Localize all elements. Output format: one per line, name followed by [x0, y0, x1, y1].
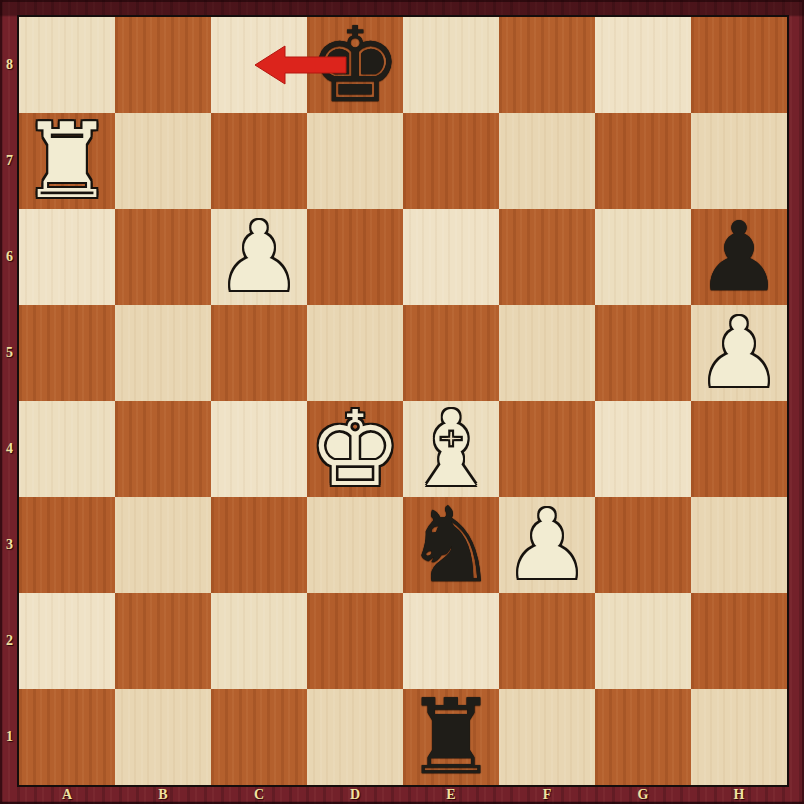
square-h3[interactable] — [691, 497, 787, 593]
square-a4[interactable] — [19, 401, 115, 497]
square-g2[interactable] — [595, 593, 691, 689]
square-h8[interactable] — [691, 17, 787, 113]
file-label-d: D — [307, 785, 403, 804]
rank-label-7: 7 — [0, 113, 19, 209]
square-h1[interactable] — [691, 689, 787, 785]
square-c5[interactable] — [211, 305, 307, 401]
piece-white-rook[interactable]: ♜ — [20, 113, 113, 209]
board-frame: ♚♜♟♟♟♚♝♞♟♜ ABCDEFGH 87654321 — [0, 0, 804, 804]
square-d5[interactable] — [307, 305, 403, 401]
rank-label-3: 3 — [0, 497, 19, 593]
square-d4[interactable]: ♚ — [307, 401, 403, 497]
square-f7[interactable] — [499, 113, 595, 209]
square-f3[interactable]: ♟ — [499, 497, 595, 593]
piece-white-king[interactable]: ♚ — [308, 401, 401, 497]
square-b2[interactable] — [115, 593, 211, 689]
rank-label-4: 4 — [0, 401, 19, 497]
square-f5[interactable] — [499, 305, 595, 401]
file-label-c: C — [211, 785, 307, 804]
square-b4[interactable] — [115, 401, 211, 497]
square-d6[interactable] — [307, 209, 403, 305]
square-f8[interactable] — [499, 17, 595, 113]
rank-label-5: 5 — [0, 305, 19, 401]
square-g5[interactable] — [595, 305, 691, 401]
piece-black-rook[interactable]: ♜ — [404, 689, 497, 785]
square-e6[interactable] — [403, 209, 499, 305]
square-f6[interactable] — [499, 209, 595, 305]
square-h2[interactable] — [691, 593, 787, 689]
square-a8[interactable] — [19, 17, 115, 113]
square-h7[interactable] — [691, 113, 787, 209]
rank-labels: 87654321 — [0, 17, 19, 785]
piece-white-pawn[interactable]: ♟ — [216, 209, 302, 305]
chess-board[interactable]: ♚♜♟♟♟♚♝♞♟♜ — [19, 17, 787, 785]
square-a6[interactable] — [19, 209, 115, 305]
square-b5[interactable] — [115, 305, 211, 401]
square-g1[interactable] — [595, 689, 691, 785]
square-d7[interactable] — [307, 113, 403, 209]
square-d1[interactable] — [307, 689, 403, 785]
file-labels: ABCDEFGH — [19, 785, 787, 804]
square-a7[interactable]: ♜ — [19, 113, 115, 209]
file-label-f: F — [499, 785, 595, 804]
square-b1[interactable] — [115, 689, 211, 785]
piece-black-pawn[interactable]: ♟ — [696, 209, 782, 305]
square-e5[interactable] — [403, 305, 499, 401]
square-d2[interactable] — [307, 593, 403, 689]
square-g8[interactable] — [595, 17, 691, 113]
piece-white-bishop[interactable]: ♝ — [404, 401, 497, 497]
square-d3[interactable] — [307, 497, 403, 593]
square-g4[interactable] — [595, 401, 691, 497]
square-e4[interactable]: ♝ — [403, 401, 499, 497]
piece-white-pawn[interactable]: ♟ — [504, 497, 590, 593]
square-f2[interactable] — [499, 593, 595, 689]
file-label-b: B — [115, 785, 211, 804]
square-h4[interactable] — [691, 401, 787, 497]
square-b8[interactable] — [115, 17, 211, 113]
square-e7[interactable] — [403, 113, 499, 209]
rank-label-6: 6 — [0, 209, 19, 305]
square-c1[interactable] — [211, 689, 307, 785]
file-label-a: A — [19, 785, 115, 804]
piece-black-knight[interactable]: ♞ — [404, 497, 497, 593]
square-c7[interactable] — [211, 113, 307, 209]
square-g7[interactable] — [595, 113, 691, 209]
square-c3[interactable] — [211, 497, 307, 593]
square-c8[interactable] — [211, 17, 307, 113]
square-a1[interactable] — [19, 689, 115, 785]
square-e2[interactable] — [403, 593, 499, 689]
rank-label-2: 2 — [0, 593, 19, 689]
rank-label-1: 1 — [0, 689, 19, 785]
square-g3[interactable] — [595, 497, 691, 593]
square-a3[interactable] — [19, 497, 115, 593]
square-b6[interactable] — [115, 209, 211, 305]
square-b7[interactable] — [115, 113, 211, 209]
square-h5[interactable]: ♟ — [691, 305, 787, 401]
square-e1[interactable]: ♜ — [403, 689, 499, 785]
file-label-g: G — [595, 785, 691, 804]
square-b3[interactable] — [115, 497, 211, 593]
square-c2[interactable] — [211, 593, 307, 689]
square-h6[interactable]: ♟ — [691, 209, 787, 305]
square-c6[interactable]: ♟ — [211, 209, 307, 305]
square-f1[interactable] — [499, 689, 595, 785]
square-a5[interactable] — [19, 305, 115, 401]
piece-black-king[interactable]: ♚ — [308, 17, 401, 113]
square-c4[interactable] — [211, 401, 307, 497]
square-e8[interactable] — [403, 17, 499, 113]
rank-label-8: 8 — [0, 17, 19, 113]
square-d8[interactable]: ♚ — [307, 17, 403, 113]
piece-white-pawn[interactable]: ♟ — [696, 305, 782, 401]
square-e3[interactable]: ♞ — [403, 497, 499, 593]
file-label-h: H — [691, 785, 787, 804]
square-a2[interactable] — [19, 593, 115, 689]
square-g6[interactable] — [595, 209, 691, 305]
square-f4[interactable] — [499, 401, 595, 497]
